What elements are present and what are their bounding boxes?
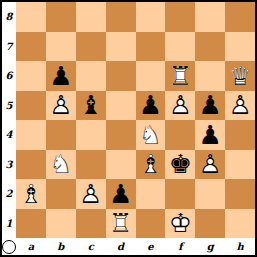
piece-white-pawn: ♟♙ (225, 91, 255, 121)
square-b7[interactable] (46, 32, 76, 62)
file-label-c: c (76, 238, 106, 255)
file-labels: abcdefgh (16, 238, 255, 255)
square-a6[interactable] (16, 61, 46, 91)
square-e2[interactable] (136, 179, 166, 209)
piece-black-pawn: ♟ (106, 179, 136, 209)
square-g4[interactable]: ♟ (195, 120, 225, 150)
rank-label-5: 5 (2, 91, 16, 121)
piece-white-queen: ♛♕ (225, 61, 255, 91)
piece-black-bishop: ♝ (76, 91, 106, 121)
square-a1[interactable] (16, 209, 46, 239)
chess-diagram: 87654321 ♟♜♖♛♕♟♙♝♟♟♙♟♟♙♞♘♟♞♘♝♗♚♟♙♝♗♟♙♟♜♖… (0, 0, 257, 257)
square-e5[interactable]: ♟ (136, 91, 166, 121)
square-b6[interactable]: ♟ (46, 61, 76, 91)
square-h3[interactable] (225, 150, 255, 180)
piece-black-pawn: ♟ (136, 91, 166, 121)
piece-white-rook: ♜♖ (165, 61, 195, 91)
rank-label-2: 2 (2, 179, 16, 209)
piece-black-pawn: ♟ (195, 120, 225, 150)
piece-black-pawn: ♟ (195, 91, 225, 121)
square-b5[interactable]: ♟♙ (46, 91, 76, 121)
square-e6[interactable] (136, 61, 166, 91)
square-h2[interactable] (225, 179, 255, 209)
square-d3[interactable] (106, 150, 136, 180)
piece-white-pawn: ♟♙ (165, 91, 195, 121)
square-d7[interactable] (106, 32, 136, 62)
file-label-e: e (136, 238, 166, 255)
piece-white-bishop: ♝♗ (136, 150, 166, 180)
square-b4[interactable] (46, 120, 76, 150)
square-e8[interactable] (136, 2, 166, 32)
square-f4[interactable] (165, 120, 195, 150)
square-g7[interactable] (195, 32, 225, 62)
piece-white-pawn: ♟♙ (46, 91, 76, 121)
square-e3[interactable]: ♝♗ (136, 150, 166, 180)
square-g8[interactable] (195, 2, 225, 32)
square-a8[interactable] (16, 2, 46, 32)
square-g1[interactable] (195, 209, 225, 239)
square-a7[interactable] (16, 32, 46, 62)
file-label-d: d (106, 238, 136, 255)
square-d1[interactable]: ♜♖ (106, 209, 136, 239)
file-label-g: g (195, 238, 225, 255)
square-a5[interactable] (16, 91, 46, 121)
square-b3[interactable]: ♞♘ (46, 150, 76, 180)
piece-white-pawn: ♟♙ (76, 179, 106, 209)
rank-label-6: 6 (2, 61, 16, 91)
square-a2[interactable]: ♝♗ (16, 179, 46, 209)
file-label-a: a (16, 238, 46, 255)
square-c3[interactable] (76, 150, 106, 180)
square-c8[interactable] (76, 2, 106, 32)
piece-white-knight: ♞♘ (46, 150, 76, 180)
square-d6[interactable] (106, 61, 136, 91)
file-label-f: f (165, 238, 195, 255)
piece-white-knight: ♞♘ (136, 120, 166, 150)
square-c1[interactable] (76, 209, 106, 239)
square-g6[interactable] (195, 61, 225, 91)
chess-board: ♟♜♖♛♕♟♙♝♟♟♙♟♟♙♞♘♟♞♘♝♗♚♟♙♝♗♟♙♟♜♖♚♔ (16, 2, 255, 238)
square-d2[interactable]: ♟ (106, 179, 136, 209)
square-h5[interactable]: ♟♙ (225, 91, 255, 121)
square-b8[interactable] (46, 2, 76, 32)
square-a4[interactable] (16, 120, 46, 150)
white-to-move-indicator-icon (2, 240, 16, 254)
square-e7[interactable] (136, 32, 166, 62)
square-c2[interactable]: ♟♙ (76, 179, 106, 209)
square-a3[interactable] (16, 150, 46, 180)
piece-black-king: ♚ (165, 150, 195, 180)
square-h6[interactable]: ♛♕ (225, 61, 255, 91)
square-h7[interactable] (225, 32, 255, 62)
square-b1[interactable] (46, 209, 76, 239)
rank-label-3: 3 (2, 150, 16, 180)
square-d8[interactable] (106, 2, 136, 32)
rank-label-1: 1 (2, 209, 16, 239)
rank-labels: 87654321 (2, 2, 16, 238)
square-d5[interactable] (106, 91, 136, 121)
file-label-b: b (46, 238, 76, 255)
square-f7[interactable] (165, 32, 195, 62)
file-label-h: h (225, 238, 255, 255)
square-f2[interactable] (165, 179, 195, 209)
piece-white-rook: ♜♖ (106, 209, 136, 239)
rank-label-4: 4 (2, 120, 16, 150)
square-h4[interactable] (225, 120, 255, 150)
square-e4[interactable]: ♞♘ (136, 120, 166, 150)
rank-label-8: 8 (2, 2, 16, 32)
square-c7[interactable] (76, 32, 106, 62)
square-g2[interactable] (195, 179, 225, 209)
piece-white-king: ♚♔ (165, 209, 195, 239)
turn-indicator-cell (2, 238, 16, 255)
square-c4[interactable] (76, 120, 106, 150)
piece-white-bishop: ♝♗ (16, 179, 46, 209)
square-g5[interactable]: ♟ (195, 91, 225, 121)
square-c5[interactable]: ♝ (76, 91, 106, 121)
rank-label-7: 7 (2, 32, 16, 62)
square-b2[interactable] (46, 179, 76, 209)
square-f6[interactable]: ♜♖ (165, 61, 195, 91)
square-h1[interactable] (225, 209, 255, 239)
square-c6[interactable] (76, 61, 106, 91)
square-g3[interactable]: ♟♙ (195, 150, 225, 180)
square-f5[interactable]: ♟♙ (165, 91, 195, 121)
piece-black-pawn: ♟ (46, 61, 76, 91)
piece-white-pawn: ♟♙ (195, 150, 225, 180)
square-h8[interactable] (225, 2, 255, 32)
square-f1[interactable]: ♚♔ (165, 209, 195, 239)
square-f8[interactable] (165, 2, 195, 32)
square-f3[interactable]: ♚ (165, 150, 195, 180)
square-d4[interactable] (106, 120, 136, 150)
square-e1[interactable] (136, 209, 166, 239)
